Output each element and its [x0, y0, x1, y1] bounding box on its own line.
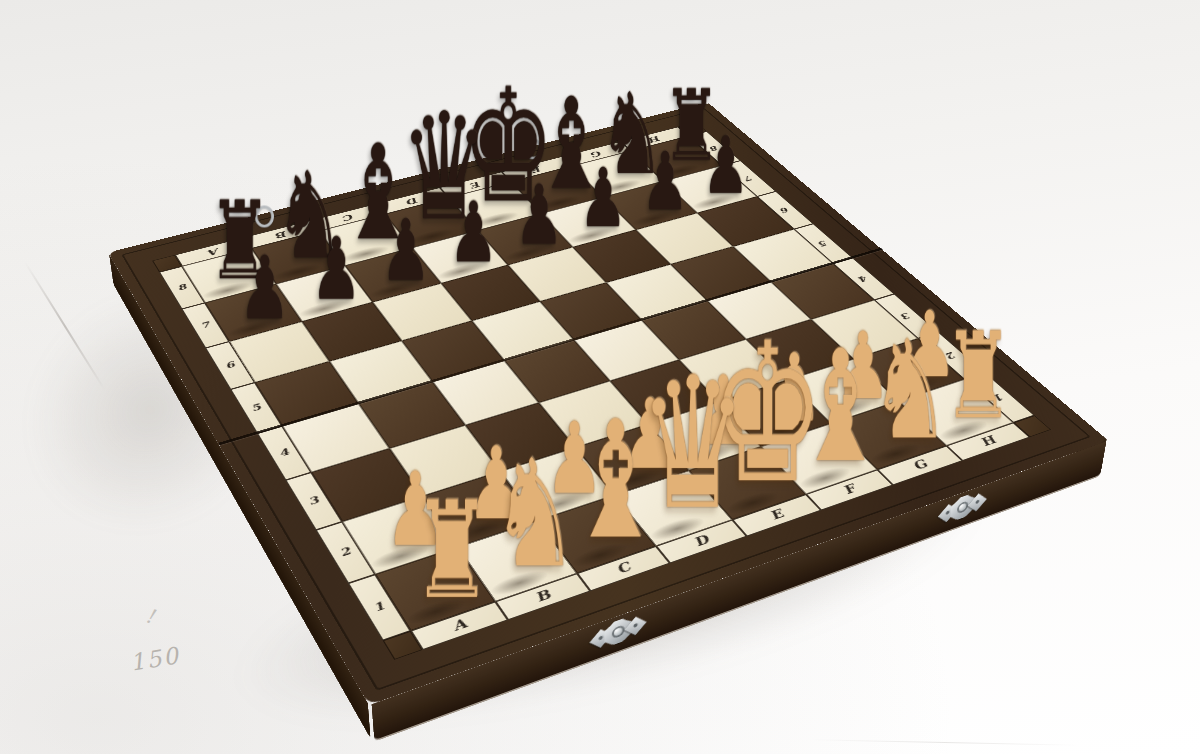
piece-black-pawn[interactable]: ♟ [381, 211, 431, 292]
chess-board: ABCDEFGH8♜♞♝♛♚♝♞♜87♟♟♟♟♟♟♟♟7665544332♟♟♟… [108, 102, 1108, 705]
piece-white-bishop[interactable]: ♝ [567, 403, 663, 557]
piece-white-rook[interactable]: ♜ [412, 486, 492, 614]
clasp-icon [588, 610, 647, 654]
piece-black-pawn[interactable]: ♟ [703, 128, 750, 203]
piece-black-pawn[interactable]: ♟ [311, 229, 362, 311]
clasp-wing-icon [968, 493, 987, 511]
clasp-icon [936, 487, 989, 527]
piece-black-pawn[interactable]: ♟ [449, 193, 498, 272]
piece-black-pawn[interactable]: ♟ [515, 176, 564, 254]
photo-scene: ! 150 ABCDEFGH8♜♞♝♛♚♝♞♜87♟♟♟♟♟♟♟♟7665544… [0, 0, 1200, 754]
piece-black-pawn[interactable]: ♟ [239, 247, 291, 330]
strip-corner [383, 631, 423, 660]
board-stage: ABCDEFGH8♜♞♝♛♚♝♞♜87♟♟♟♟♟♟♟♟7665544332♟♟♟… [0, 0, 1200, 754]
piece-white-knight[interactable]: ♞ [491, 444, 579, 585]
rank-label-left: 7 [182, 303, 230, 348]
piece-black-pawn[interactable]: ♟ [642, 144, 689, 220]
piece-white-rook[interactable]: ♜ [943, 319, 1014, 433]
piece-black-pawn[interactable]: ♟ [579, 160, 627, 237]
